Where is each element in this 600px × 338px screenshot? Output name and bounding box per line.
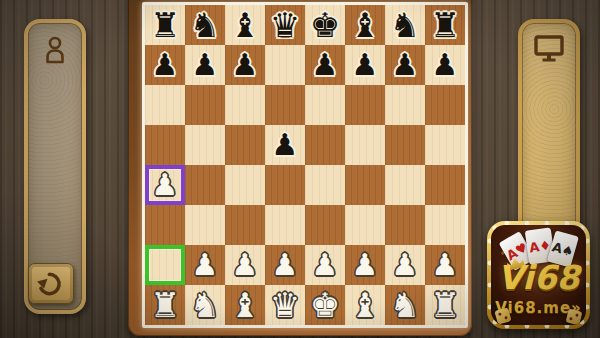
vi68-logo-inner: A♥ A♦ A♠ Vi68 Vi68.me»	[491, 225, 586, 325]
square-c3[interactable]	[225, 205, 265, 245]
white-king-piece: ♚	[305, 285, 345, 325]
black-pawn-piece: ♟	[385, 45, 425, 85]
square-b8[interactable]: ♞	[185, 5, 225, 45]
square-h2[interactable]: ♟	[425, 245, 465, 285]
black-pawn-piece: ♟	[145, 45, 185, 85]
square-e7[interactable]: ♟	[305, 45, 345, 85]
black-knight-piece: ♞	[185, 5, 225, 45]
square-g6[interactable]	[385, 85, 425, 125]
square-c6[interactable]	[225, 85, 265, 125]
square-g3[interactable]	[385, 205, 425, 245]
square-f5[interactable]	[345, 125, 385, 165]
square-g2[interactable]: ♟	[385, 245, 425, 285]
white-bishop-piece: ♝	[225, 285, 265, 325]
square-a5[interactable]	[145, 125, 185, 165]
square-b5[interactable]	[185, 125, 225, 165]
square-h5[interactable]	[425, 125, 465, 165]
square-h8[interactable]: ♜	[425, 5, 465, 45]
white-pawn-piece: ♟	[265, 245, 305, 285]
white-rook-piece: ♜	[425, 285, 465, 325]
square-g5[interactable]	[385, 125, 425, 165]
black-pawn-piece: ♟	[265, 125, 305, 165]
chess-app-window: ♜♞♝♛♚♝♞♜♟♟♟♟♟♟♟♟♟♟♟♟♟♟♟♟♜♞♝♛♚♝♞♜ A♥ A♦ A…	[0, 0, 600, 338]
square-c4[interactable]	[225, 165, 265, 205]
person-icon	[42, 35, 68, 65]
square-a2[interactable]	[145, 245, 185, 285]
square-e5[interactable]	[305, 125, 345, 165]
square-e4[interactable]	[305, 165, 345, 205]
square-f4[interactable]	[345, 165, 385, 205]
square-c2[interactable]: ♟	[225, 245, 265, 285]
square-c8[interactable]: ♝	[225, 5, 265, 45]
white-knight-piece: ♞	[185, 285, 225, 325]
square-g8[interactable]: ♞	[385, 5, 425, 45]
square-h1[interactable]: ♜	[425, 285, 465, 325]
black-pawn-piece: ♟	[185, 45, 225, 85]
white-pawn-piece: ♟	[145, 165, 185, 205]
square-d4[interactable]	[265, 165, 305, 205]
square-f1[interactable]: ♝	[345, 285, 385, 325]
black-pawn-piece: ♟	[305, 45, 345, 85]
square-h4[interactable]	[425, 165, 465, 205]
vi68-logo-badge[interactable]: A♥ A♦ A♠ Vi68 Vi68.me»	[487, 221, 590, 329]
square-a7[interactable]: ♟	[145, 45, 185, 85]
square-b4[interactable]	[185, 165, 225, 205]
square-a8[interactable]: ♜	[145, 5, 185, 45]
square-a1[interactable]: ♜	[145, 285, 185, 325]
black-bishop-piece: ♝	[225, 5, 265, 45]
square-g4[interactable]	[385, 165, 425, 205]
black-pawn-piece: ♟	[425, 45, 465, 85]
square-d6[interactable]	[265, 85, 305, 125]
square-g1[interactable]: ♞	[385, 285, 425, 325]
board-inner-border: ♜♞♝♛♚♝♞♜♟♟♟♟♟♟♟♟♟♟♟♟♟♟♟♟♜♞♝♛♚♝♞♜	[142, 2, 468, 328]
white-pawn-piece: ♟	[385, 245, 425, 285]
square-e6[interactable]	[305, 85, 345, 125]
white-pawn-piece: ♟	[225, 245, 265, 285]
chess-board-frame: ♜♞♝♛♚♝♞♜♟♟♟♟♟♟♟♟♟♟♟♟♟♟♟♟♜♞♝♛♚♝♞♜	[128, 0, 472, 336]
black-knight-piece: ♞	[385, 5, 425, 45]
square-b7[interactable]: ♟	[185, 45, 225, 85]
square-d5[interactable]: ♟	[265, 125, 305, 165]
square-e2[interactable]: ♟	[305, 245, 345, 285]
square-d2[interactable]: ♟	[265, 245, 305, 285]
die-icon	[566, 309, 583, 325]
white-bishop-piece: ♝	[345, 285, 385, 325]
square-f3[interactable]	[345, 205, 385, 245]
square-b3[interactable]	[185, 205, 225, 245]
square-b1[interactable]: ♞	[185, 285, 225, 325]
brand-text: Vi68	[491, 258, 586, 297]
square-b6[interactable]	[185, 85, 225, 125]
white-pawn-piece: ♟	[345, 245, 385, 285]
square-h6[interactable]	[425, 85, 465, 125]
undo-button[interactable]	[28, 263, 74, 304]
square-d8[interactable]: ♛	[265, 5, 305, 45]
square-d3[interactable]	[265, 205, 305, 245]
chess-board: ♜♞♝♛♚♝♞♜♟♟♟♟♟♟♟♟♟♟♟♟♟♟♟♟♜♞♝♛♚♝♞♜	[145, 5, 465, 325]
white-pawn-piece: ♟	[185, 245, 225, 285]
square-f6[interactable]	[345, 85, 385, 125]
square-d7[interactable]	[265, 45, 305, 85]
white-queen-piece: ♛	[265, 285, 305, 325]
square-f7[interactable]: ♟	[345, 45, 385, 85]
square-c1[interactable]: ♝	[225, 285, 265, 325]
white-pawn-piece: ♟	[425, 245, 465, 285]
square-b2[interactable]: ♟	[185, 245, 225, 285]
square-f8[interactable]: ♝	[345, 5, 385, 45]
square-f2[interactable]: ♟	[345, 245, 385, 285]
square-a6[interactable]	[145, 85, 185, 125]
square-e3[interactable]	[305, 205, 345, 245]
black-rook-piece: ♜	[425, 5, 465, 45]
black-pawn-piece: ♟	[225, 45, 265, 85]
undo-arrow-icon	[37, 270, 65, 298]
square-d1[interactable]: ♛	[265, 285, 305, 325]
square-h7[interactable]: ♟	[425, 45, 465, 85]
black-king-piece: ♚	[305, 5, 345, 45]
white-pawn-piece: ♟	[305, 245, 345, 285]
square-c7[interactable]: ♟	[225, 45, 265, 85]
square-c5[interactable]	[225, 125, 265, 165]
square-a3[interactable]	[145, 205, 185, 245]
square-a4[interactable]: ♟	[145, 165, 185, 205]
black-queen-piece: ♛	[265, 5, 305, 45]
monitor-icon	[534, 35, 564, 63]
square-e1[interactable]: ♚	[305, 285, 345, 325]
square-g7[interactable]: ♟	[385, 45, 425, 85]
black-pawn-piece: ♟	[345, 45, 385, 85]
square-h3[interactable]	[425, 205, 465, 245]
black-rook-piece: ♜	[145, 5, 185, 45]
white-knight-piece: ♞	[385, 285, 425, 325]
square-e8[interactable]: ♚	[305, 5, 345, 45]
black-bishop-piece: ♝	[345, 5, 385, 45]
white-rook-piece: ♜	[145, 285, 185, 325]
